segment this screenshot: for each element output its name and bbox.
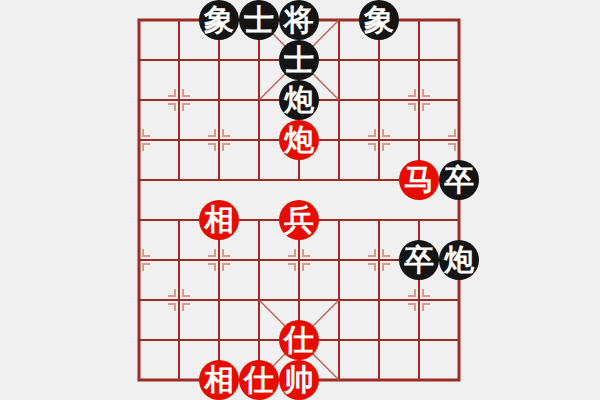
piece-red-elephant[interactable]: 相: [199, 360, 239, 400]
piece-black-elephant[interactable]: 象: [359, 0, 399, 40]
piece-black-general[interactable]: 将: [279, 0, 319, 40]
piece-black-cannon[interactable]: 炮: [439, 240, 479, 280]
piece-red-advisor[interactable]: 仕: [279, 320, 319, 360]
piece-black-soldier[interactable]: 卒: [399, 240, 439, 280]
piece-black-advisor[interactable]: 士: [239, 0, 279, 40]
piece-black-cannon[interactable]: 炮: [279, 80, 319, 120]
app-background: 象士将象士炮炮马卒相兵卒炮仕相仕帅: [0, 0, 600, 400]
piece-black-soldier[interactable]: 卒: [439, 160, 479, 200]
piece-red-soldier[interactable]: 兵: [279, 200, 319, 240]
piece-black-advisor[interactable]: 士: [279, 40, 319, 80]
piece-red-horse[interactable]: 马: [399, 160, 439, 200]
piece-red-advisor[interactable]: 仕: [239, 360, 279, 400]
piece-red-elephant[interactable]: 相: [199, 200, 239, 240]
piece-black-elephant[interactable]: 象: [199, 0, 239, 40]
piece-red-king[interactable]: 帅: [279, 360, 319, 400]
xiangqi-board[interactable]: 象士将象士炮炮马卒相兵卒炮仕相仕帅: [119, 0, 479, 400]
piece-red-cannon[interactable]: 炮: [279, 120, 319, 160]
